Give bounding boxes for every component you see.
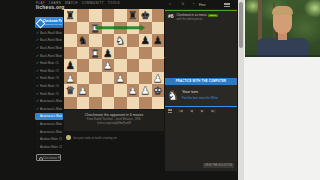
square-b3[interactable] bbox=[77, 72, 90, 85]
username-menu[interactable]: Fins bbox=[199, 3, 205, 7]
square-c5[interactable]: ♜ bbox=[89, 47, 102, 60]
your-turn-box: ♞ Your turn Find the best move for White bbox=[165, 85, 237, 107]
chapter-item[interactable]: ✓Back-Rank Mate #4 bbox=[35, 52, 63, 60]
square-a6[interactable] bbox=[64, 34, 77, 47]
your-turn-label: Your turn bbox=[182, 89, 198, 94]
square-d5[interactable]: ♟ bbox=[102, 47, 115, 60]
square-h5[interactable] bbox=[152, 47, 165, 60]
black-queen[interactable]: ♛ bbox=[64, 84, 77, 97]
chapter-label: Back-Rank Mate #4 bbox=[40, 54, 62, 58]
white-rook[interactable]: ♜ bbox=[89, 47, 102, 60]
square-a7[interactable] bbox=[64, 22, 77, 35]
square-c3[interactable] bbox=[89, 72, 102, 85]
square-h1[interactable] bbox=[152, 97, 165, 110]
square-e6[interactable]: ♞ bbox=[114, 34, 127, 47]
square-f7[interactable] bbox=[127, 22, 140, 35]
white-pawn[interactable]: ♟ bbox=[127, 84, 140, 97]
presenter-neck bbox=[278, 33, 287, 40]
chapter-item[interactable]: ✓Anastasia's Mate #1 bbox=[35, 97, 63, 105]
lichess-logo[interactable]: lichess.org bbox=[36, 4, 65, 10]
square-c2[interactable] bbox=[89, 84, 102, 97]
chapter-label: Hook Mate #2 bbox=[40, 69, 62, 73]
square-b5[interactable] bbox=[77, 47, 90, 60]
next-move-button[interactable]: ▶ bbox=[197, 109, 208, 113]
square-f6[interactable] bbox=[127, 34, 140, 47]
black-king[interactable]: ♚ bbox=[139, 9, 152, 22]
practice-panel: #6 Checkmate in six movesGOAL with the w… bbox=[165, 9, 237, 171]
square-b7[interactable] bbox=[77, 22, 90, 35]
chapter-label: Back-Rank Mate #1 bbox=[40, 31, 62, 35]
white-pawn[interactable]: ♟ bbox=[114, 72, 127, 85]
webcam-overlay bbox=[245, 0, 320, 57]
black-pawn[interactable]: ♟ bbox=[152, 34, 165, 47]
view-solution-button[interactable]: VIEW THE SOLUTION bbox=[203, 163, 234, 168]
square-g7[interactable] bbox=[139, 22, 152, 35]
avatar bbox=[66, 135, 71, 140]
challenge-icon[interactable]: ⚔ bbox=[181, 2, 185, 6]
square-e3[interactable]: ♟ bbox=[114, 72, 127, 85]
chapter-label: Hook Mate #1 bbox=[40, 61, 62, 65]
square-h4[interactable] bbox=[152, 59, 165, 72]
black-rook[interactable]: ♜ bbox=[64, 9, 77, 22]
square-g5[interactable] bbox=[139, 47, 152, 60]
square-f2[interactable]: ♟ bbox=[127, 84, 140, 97]
puzzle-goal: Checkmate the opponent in 6 moves bbox=[64, 113, 164, 117]
chapter-item[interactable]: ✓Back-Rank Mate #3 bbox=[35, 44, 63, 52]
white-knight[interactable]: ♞ bbox=[114, 34, 127, 47]
square-a5[interactable] bbox=[64, 47, 77, 60]
chapter-label: Anastasia's Mate #2 bbox=[40, 107, 62, 111]
black-rook[interactable]: ♜ bbox=[127, 9, 140, 22]
square-d1[interactable] bbox=[102, 97, 115, 110]
chapter-label: Anastasia's Mate #3 bbox=[40, 114, 62, 118]
study-title-text: Checkmate Patterns III bbox=[43, 19, 62, 23]
search-icon[interactable]: ⌕ bbox=[169, 2, 173, 6]
chess-board[interactable]: ♜♜♚♜♞♞♟♟♜♟♟♟♟♟♟♛♟♟♟♚ bbox=[64, 9, 164, 109]
square-a8[interactable]: ♜ bbox=[64, 9, 77, 22]
square-d4[interactable]: ♟ bbox=[102, 59, 115, 72]
square-f1[interactable] bbox=[127, 97, 140, 110]
black-knight[interactable]: ♞ bbox=[77, 34, 90, 47]
puzzle-source-link[interactable]: lichess.org/study/8dwFjwkM bbox=[64, 122, 164, 125]
chapter-label: Hook Mate #5 bbox=[40, 92, 62, 96]
square-c1[interactable] bbox=[89, 97, 102, 110]
first-move-button[interactable]: |◀ bbox=[175, 109, 186, 113]
chapter-item[interactable]: ✓Hook Mate #3 bbox=[35, 75, 63, 83]
square-c6[interactable] bbox=[89, 34, 102, 47]
notifications-icon[interactable]: ◔ bbox=[192, 2, 196, 6]
square-g3[interactable] bbox=[139, 72, 152, 85]
square-g6[interactable]: ♟ bbox=[139, 34, 152, 47]
square-e1[interactable] bbox=[114, 97, 127, 110]
goal-line: Checkmate in six moves bbox=[177, 13, 207, 17]
progress-bar bbox=[165, 10, 237, 11]
chapter-item[interactable]: ✓Back-Rank Mate #1 bbox=[35, 29, 63, 37]
square-a2[interactable]: ♛ bbox=[64, 84, 77, 97]
chapter-label: Back-Rank Mate #3 bbox=[40, 46, 62, 50]
square-c4[interactable] bbox=[89, 59, 102, 72]
chapter-item[interactable]: ✓Hook Mate #4 bbox=[35, 82, 63, 90]
square-e4[interactable] bbox=[114, 59, 127, 72]
square-a4[interactable]: ♟ bbox=[64, 59, 77, 72]
black-pawn[interactable]: ♟ bbox=[102, 47, 115, 60]
square-d7[interactable] bbox=[102, 22, 115, 35]
square-d6[interactable] bbox=[102, 34, 115, 47]
white-king[interactable]: ♚ bbox=[152, 84, 165, 97]
move-navigation: |◀ ◀ ▶ ▶| bbox=[165, 107, 237, 115]
square-a1[interactable] bbox=[64, 97, 77, 110]
square-f5[interactable] bbox=[127, 47, 140, 60]
study-title-card[interactable]: Checkmate Patterns III Recognize the pat… bbox=[35, 17, 63, 28]
previous-move-button[interactable]: ◀ bbox=[186, 109, 197, 113]
chapter-list: ✓Back-Rank Mate #1✓Back-Rank Mate #2✓Bac… bbox=[35, 29, 63, 151]
square-h3[interactable]: ♟ bbox=[152, 72, 165, 85]
find-best-move-label: Find the best move for White bbox=[182, 96, 218, 100]
lichess-practice-page: PLAYLEARNWATCHCOMMUNITYTOOLS lichess.org… bbox=[0, 0, 320, 180]
square-c8[interactable] bbox=[89, 9, 102, 22]
square-a3[interactable]: ♟ bbox=[64, 72, 77, 85]
webcam-bottom-edge bbox=[245, 55, 320, 57]
chapter-item[interactable]: ✓Back-Rank Mate #2 bbox=[35, 37, 63, 45]
white-pawn[interactable]: ♟ bbox=[64, 72, 77, 85]
white-pawn[interactable]: ♟ bbox=[77, 84, 90, 97]
square-b6[interactable]: ♞ bbox=[77, 34, 90, 47]
square-h8[interactable] bbox=[152, 9, 165, 22]
square-g2[interactable]: ♟ bbox=[139, 84, 152, 97]
chapter-item[interactable]: ✓Anastasia's Mate #2 bbox=[35, 105, 63, 113]
square-g4[interactable] bbox=[139, 59, 152, 72]
square-c7[interactable]: ♜ bbox=[89, 22, 102, 35]
chapter-label: Hook Mate #3 bbox=[40, 76, 62, 80]
square-d3[interactable] bbox=[102, 72, 115, 85]
study-subtitle-text: Recognize the patterns bbox=[43, 23, 62, 25]
white-knight-icon: ♞ bbox=[167, 87, 179, 104]
menu-icon[interactable] bbox=[224, 3, 230, 7]
search-icon bbox=[39, 157, 43, 161]
presenter-hair bbox=[272, 6, 293, 15]
square-e8[interactable] bbox=[114, 9, 127, 22]
comment-text: Use your rooks to build a mating net bbox=[73, 136, 118, 140]
square-b1[interactable] bbox=[77, 97, 90, 110]
black-pawn[interactable]: ♟ bbox=[139, 34, 152, 47]
square-b2[interactable]: ♟ bbox=[77, 84, 90, 97]
square-d2[interactable] bbox=[102, 84, 115, 97]
chapter-item[interactable]: ✓Hook Mate #1 bbox=[35, 59, 63, 67]
chapter-label: Hook Mate #4 bbox=[40, 84, 62, 88]
black-pawn[interactable]: ♟ bbox=[64, 59, 77, 72]
square-b4[interactable] bbox=[77, 59, 90, 72]
white-pawn[interactable]: ♟ bbox=[139, 84, 152, 97]
top-menu-item[interactable]: WATCH bbox=[65, 1, 78, 5]
mate-eval: #6 bbox=[168, 13, 174, 22]
white-pawn[interactable]: ♟ bbox=[102, 59, 115, 72]
comment-row: Use your rooks to build a mating net bbox=[66, 134, 166, 141]
chapter-item[interactable]: ✓Hook Mate #2 bbox=[35, 67, 63, 75]
white-rook[interactable]: ♜ bbox=[89, 22, 102, 35]
chapter-item[interactable]: ✓Hook Mate #5 bbox=[35, 90, 63, 98]
square-f8[interactable]: ♜ bbox=[127, 9, 140, 22]
chapter-label: Arabian Mate #2 bbox=[40, 145, 62, 149]
square-b8[interactable] bbox=[77, 9, 90, 22]
last-move-button[interactable]: ▶| bbox=[208, 109, 219, 113]
chapter-label: Arabian Mate #1 bbox=[40, 137, 62, 141]
chapter-search-input[interactable]: Checkmate Patterns bbox=[36, 154, 61, 161]
top-menu-item[interactable]: COMMUNITY bbox=[82, 1, 104, 5]
square-d8[interactable] bbox=[102, 9, 115, 22]
chapter-item[interactable]: •Arabian Mate #2 bbox=[35, 143, 63, 151]
square-f3[interactable] bbox=[127, 72, 140, 85]
square-e2[interactable] bbox=[114, 84, 127, 97]
chapter-search-value: Checkmate Patterns bbox=[43, 156, 61, 160]
square-e5[interactable] bbox=[114, 47, 127, 60]
chapter-label: Back-Rank Mate #2 bbox=[40, 38, 62, 42]
square-e7[interactable] bbox=[114, 22, 127, 35]
square-g1[interactable] bbox=[139, 97, 152, 110]
puzzle-attribution: From Rudolf Teschner - Josef Moravec, 19… bbox=[64, 118, 164, 121]
scrollbar-thumb[interactable] bbox=[239, 2, 243, 48]
white-pawn[interactable]: ♟ bbox=[152, 72, 165, 85]
chapter-item[interactable]: •Arabian Mate #1 bbox=[35, 135, 63, 143]
square-f4[interactable] bbox=[127, 59, 140, 72]
chapter-label: Anastasia's Mate #5 bbox=[40, 130, 62, 134]
chapter-label: Anastasia's Mate #4 bbox=[40, 122, 62, 126]
chapter-label: Anastasia's Mate #1 bbox=[40, 99, 62, 103]
square-h2[interactable]: ♚ bbox=[152, 84, 165, 97]
square-h7[interactable] bbox=[152, 22, 165, 35]
square-h6[interactable]: ♟ bbox=[152, 34, 165, 47]
goal-chip: GOAL bbox=[208, 14, 217, 17]
goal-row: #6 Checkmate in six movesGOAL with the w… bbox=[168, 13, 218, 22]
tree-trunk bbox=[258, 0, 262, 40]
square-g8[interactable]: ♚ bbox=[139, 9, 152, 22]
puzzle-description: Checkmate the opponent in 6 moves From R… bbox=[64, 110, 164, 131]
goal-sub: with the white pieces bbox=[177, 17, 218, 21]
chapter-item[interactable]: •Anastasia's Mate #5 bbox=[35, 128, 63, 136]
chapter-item[interactable]: •Anastasia's Mate #4 bbox=[35, 120, 63, 128]
board-menu-icon[interactable] bbox=[165, 109, 175, 113]
top-menu-item[interactable]: TOOLS bbox=[108, 1, 120, 5]
practice-with-computer-strip: PRACTICE WITH THE COMPUTER bbox=[165, 78, 237, 85]
chapter-item[interactable]: •Anastasia's Mate #3 bbox=[35, 113, 63, 121]
